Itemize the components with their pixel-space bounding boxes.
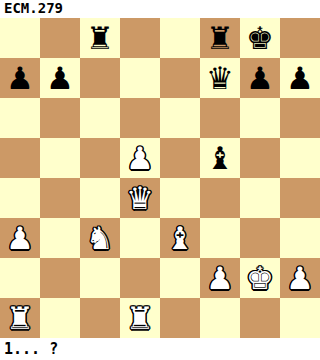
square-g6[interactable] (240, 98, 280, 138)
square-h4[interactable] (280, 178, 320, 218)
square-a4[interactable] (0, 178, 40, 218)
square-d6[interactable] (120, 98, 160, 138)
piece-black-queen[interactable]: ♛ (206, 58, 234, 98)
square-c4[interactable] (80, 178, 120, 218)
square-c3[interactable]: ♞ (80, 218, 120, 258)
square-h6[interactable] (280, 98, 320, 138)
square-d3[interactable] (120, 218, 160, 258)
piece-black-pawn[interactable]: ♟ (6, 58, 34, 98)
square-e2[interactable] (160, 258, 200, 298)
square-e1[interactable] (160, 298, 200, 338)
square-a2[interactable] (0, 258, 40, 298)
square-a6[interactable] (0, 98, 40, 138)
piece-white-pawn[interactable]: ♟ (6, 218, 34, 258)
piece-white-pawn[interactable]: ♟ (126, 138, 154, 178)
chess-board: ♜♜♚♟♟♛♟♟♟♝♛♟♞♝♟♚♟♜♜ (0, 18, 320, 338)
square-g2[interactable]: ♚ (240, 258, 280, 298)
square-g4[interactable] (240, 178, 280, 218)
piece-white-pawn[interactable]: ♟ (206, 258, 234, 298)
square-b4[interactable] (40, 178, 80, 218)
piece-white-rook[interactable]: ♜ (6, 298, 34, 338)
square-h7[interactable]: ♟ (280, 58, 320, 98)
square-a3[interactable]: ♟ (0, 218, 40, 258)
piece-white-bishop[interactable]: ♝ (166, 218, 194, 258)
square-b7[interactable]: ♟ (40, 58, 80, 98)
square-d7[interactable] (120, 58, 160, 98)
square-c6[interactable] (80, 98, 120, 138)
square-c8[interactable]: ♜ (80, 18, 120, 58)
square-d4[interactable]: ♛ (120, 178, 160, 218)
square-a7[interactable]: ♟ (0, 58, 40, 98)
square-e5[interactable] (160, 138, 200, 178)
piece-white-queen[interactable]: ♛ (126, 178, 154, 218)
piece-white-knight[interactable]: ♞ (86, 218, 114, 258)
piece-black-pawn[interactable]: ♟ (286, 58, 314, 98)
diagram-title: ECM.279 (0, 0, 320, 18)
square-h2[interactable]: ♟ (280, 258, 320, 298)
square-e8[interactable] (160, 18, 200, 58)
square-g8[interactable]: ♚ (240, 18, 280, 58)
square-e3[interactable]: ♝ (160, 218, 200, 258)
square-a1[interactable]: ♜ (0, 298, 40, 338)
square-g3[interactable] (240, 218, 280, 258)
square-d1[interactable]: ♜ (120, 298, 160, 338)
square-d2[interactable] (120, 258, 160, 298)
chess-diagram-page: ECM.279 ♜♜♚♟♟♛♟♟♟♝♛♟♞♝♟♚♟♜♜ 1... ? (0, 0, 320, 360)
piece-white-pawn[interactable]: ♟ (286, 258, 314, 298)
square-e7[interactable] (160, 58, 200, 98)
square-b1[interactable] (40, 298, 80, 338)
square-d8[interactable] (120, 18, 160, 58)
square-b6[interactable] (40, 98, 80, 138)
piece-black-rook[interactable]: ♜ (86, 18, 114, 58)
square-a8[interactable] (0, 18, 40, 58)
square-e4[interactable] (160, 178, 200, 218)
square-c7[interactable] (80, 58, 120, 98)
square-g5[interactable] (240, 138, 280, 178)
square-h3[interactable] (280, 218, 320, 258)
piece-black-bishop[interactable]: ♝ (206, 138, 234, 178)
piece-black-king[interactable]: ♚ (246, 18, 274, 58)
square-e6[interactable] (160, 98, 200, 138)
square-c2[interactable] (80, 258, 120, 298)
square-d5[interactable]: ♟ (120, 138, 160, 178)
square-f4[interactable] (200, 178, 240, 218)
square-f2[interactable]: ♟ (200, 258, 240, 298)
square-f3[interactable] (200, 218, 240, 258)
piece-black-pawn[interactable]: ♟ (46, 58, 74, 98)
square-f1[interactable] (200, 298, 240, 338)
square-b3[interactable] (40, 218, 80, 258)
square-b5[interactable] (40, 138, 80, 178)
square-a5[interactable] (0, 138, 40, 178)
square-h1[interactable] (280, 298, 320, 338)
square-g1[interactable] (240, 298, 280, 338)
piece-black-pawn[interactable]: ♟ (246, 58, 274, 98)
piece-white-rook[interactable]: ♜ (126, 298, 154, 338)
piece-black-rook[interactable]: ♜ (206, 18, 234, 58)
square-h8[interactable] (280, 18, 320, 58)
move-prompt: 1... ? (0, 338, 320, 360)
square-g7[interactable]: ♟ (240, 58, 280, 98)
square-b2[interactable] (40, 258, 80, 298)
square-h5[interactable] (280, 138, 320, 178)
square-f8[interactable]: ♜ (200, 18, 240, 58)
square-c1[interactable] (80, 298, 120, 338)
square-f5[interactable]: ♝ (200, 138, 240, 178)
square-f7[interactable]: ♛ (200, 58, 240, 98)
square-b8[interactable] (40, 18, 80, 58)
square-f6[interactable] (200, 98, 240, 138)
piece-white-king[interactable]: ♚ (246, 258, 274, 298)
square-c5[interactable] (80, 138, 120, 178)
